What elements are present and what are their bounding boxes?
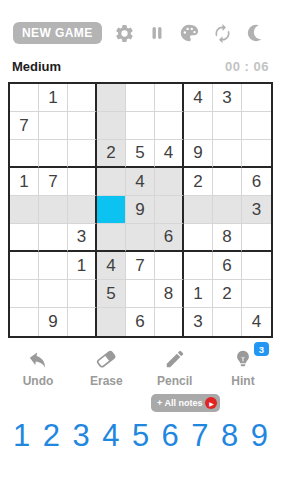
sudoku-cell-r3c1[interactable] — [10, 140, 39, 168]
pause-button[interactable] — [148, 23, 166, 43]
sudoku-cell-r7c2[interactable] — [39, 252, 68, 280]
sudoku-cell-r1c8[interactable]: 3 — [213, 84, 242, 112]
sudoku-cell-r5c4[interactable] — [97, 196, 126, 224]
hint-label: Hint — [231, 374, 254, 388]
pencil-button[interactable]: Pencil — [153, 348, 197, 388]
sudoku-cell-r5c3[interactable] — [68, 196, 97, 224]
pencil-icon — [163, 348, 187, 373]
sudoku-cell-r8c9[interactable] — [242, 280, 271, 308]
sudoku-cell-r7c3[interactable]: 1 — [68, 252, 97, 280]
sudoku-cell-r1c5[interactable] — [126, 84, 155, 112]
sudoku-cell-r1c4[interactable] — [97, 84, 126, 112]
top-bar: NEW GAME — [0, 20, 281, 46]
sudoku-cell-r6c3[interactable]: 3 — [68, 224, 97, 252]
sudoku-cell-r7c1[interactable] — [10, 252, 39, 280]
sudoku-cell-r3c9[interactable] — [242, 140, 271, 168]
restart-button[interactable] — [212, 23, 233, 44]
sudoku-cell-r9c6[interactable] — [155, 308, 184, 336]
sudoku-cell-r6c2[interactable] — [39, 224, 68, 252]
all-notes-button[interactable]: + All notes ▶ — [151, 394, 220, 412]
numpad-digit-7[interactable]: 7 — [191, 417, 208, 454]
toolbar: Undo Erase Pencil 3 — [0, 348, 281, 386]
numpad-digit-3[interactable]: 3 — [72, 417, 89, 454]
sudoku-cell-r2c7[interactable] — [184, 112, 213, 140]
sudoku-cell-r1c2[interactable]: 1 — [39, 84, 68, 112]
sudoku-cell-r6c7[interactable] — [184, 224, 213, 252]
sudoku-cell-r3c7[interactable]: 9 — [184, 140, 213, 168]
sudoku-cell-r9c5[interactable]: 6 — [126, 308, 155, 336]
sudoku-cell-r8c1[interactable] — [10, 280, 39, 308]
timer: 00 : 06 — [225, 59, 269, 74]
sudoku-cell-r3c3[interactable] — [68, 140, 97, 168]
sudoku-cell-r4c7[interactable]: 2 — [184, 168, 213, 196]
status-row: Medium 00 : 06 — [0, 59, 281, 75]
sudoku-cell-r2c2[interactable] — [39, 112, 68, 140]
sudoku-cell-r4c6[interactable] — [155, 168, 184, 196]
sudoku-cell-r1c9[interactable] — [242, 84, 271, 112]
sudoku-cell-r7c5[interactable]: 7 — [126, 252, 155, 280]
sudoku-cell-r3c2[interactable] — [39, 140, 68, 168]
sudoku-cell-r5c5[interactable]: 9 — [126, 196, 155, 224]
sudoku-cell-r5c6[interactable] — [155, 196, 184, 224]
eraser-icon — [93, 348, 119, 373]
sudoku-cell-r1c1[interactable] — [10, 84, 39, 112]
sudoku-board: 143725491742693368147658129634 — [8, 82, 273, 338]
sudoku-cell-r2c8[interactable] — [213, 112, 242, 140]
hint-count-badge: 3 — [254, 342, 269, 356]
pause-icon — [148, 23, 166, 43]
sudoku-cell-r5c2[interactable] — [39, 196, 68, 224]
erase-button[interactable]: Erase — [84, 348, 128, 388]
sudoku-cell-r9c2[interactable]: 9 — [39, 308, 68, 336]
numpad-digit-8[interactable]: 8 — [221, 417, 238, 454]
undo-button[interactable]: Undo — [16, 348, 60, 388]
sudoku-cell-r4c2[interactable]: 7 — [39, 168, 68, 196]
numpad-digit-6[interactable]: 6 — [162, 417, 179, 454]
sudoku-cell-r4c3[interactable] — [68, 168, 97, 196]
play-icon: ▶ — [205, 397, 217, 409]
sudoku-cell-r1c3[interactable] — [68, 84, 97, 112]
sudoku-cell-r6c6[interactable]: 6 — [155, 224, 184, 252]
undo-label: Undo — [23, 374, 54, 388]
sudoku-cell-r3c4[interactable]: 2 — [97, 140, 126, 168]
sudoku-cell-r4c9[interactable]: 6 — [242, 168, 271, 196]
sudoku-cell-r3c8[interactable] — [213, 140, 242, 168]
sudoku-cell-r4c5[interactable]: 4 — [126, 168, 155, 196]
numpad-digit-4[interactable]: 4 — [102, 417, 119, 454]
numpad-digit-5[interactable]: 5 — [132, 417, 149, 454]
sudoku-cell-r6c5[interactable] — [126, 224, 155, 252]
sudoku-cell-r7c7[interactable] — [184, 252, 213, 280]
sudoku-cell-r7c9[interactable] — [242, 252, 271, 280]
numpad-digit-1[interactable]: 1 — [13, 417, 30, 454]
numpad-digit-9[interactable]: 9 — [251, 417, 268, 454]
pencil-label: Pencil — [157, 374, 192, 388]
sudoku-cell-r9c8[interactable] — [213, 308, 242, 336]
sudoku-cell-r9c4[interactable] — [97, 308, 126, 336]
sudoku-cell-r5c7[interactable] — [184, 196, 213, 224]
all-notes-label: + All notes — [157, 398, 202, 408]
sudoku-cell-r2c9[interactable] — [242, 112, 271, 140]
settings-button[interactable] — [114, 23, 135, 44]
sudoku-cell-r8c6[interactable]: 8 — [155, 280, 184, 308]
sudoku-cell-r1c6[interactable] — [155, 84, 184, 112]
number-pad: 123456789 — [0, 417, 281, 454]
sudoku-cell-r9c3[interactable] — [68, 308, 97, 336]
difficulty-label: Medium — [12, 59, 61, 74]
sudoku-cell-r5c1[interactable] — [10, 196, 39, 224]
sudoku-cell-r2c4[interactable] — [97, 112, 126, 140]
sudoku-cell-r2c1[interactable]: 7 — [10, 112, 39, 140]
sudoku-cell-r8c2[interactable] — [39, 280, 68, 308]
notes-row: + All notes ▶ — [0, 394, 281, 412]
sudoku-cell-r2c3[interactable] — [68, 112, 97, 140]
sudoku-cell-r4c1[interactable]: 1 — [10, 168, 39, 196]
sudoku-cell-r8c3[interactable] — [68, 280, 97, 308]
sudoku-cell-r6c1[interactable] — [10, 224, 39, 252]
sudoku-cell-r6c8[interactable]: 8 — [213, 224, 242, 252]
sudoku-cell-r7c6[interactable] — [155, 252, 184, 280]
sudoku-cell-r8c7[interactable]: 1 — [184, 280, 213, 308]
sudoku-cell-r5c9[interactable]: 3 — [242, 196, 271, 224]
hint-button[interactable]: 3 Hint — [221, 348, 265, 388]
sudoku-cell-r9c9[interactable]: 4 — [242, 308, 271, 336]
sudoku-cell-r6c9[interactable] — [242, 224, 271, 252]
sudoku-cell-r7c8[interactable]: 6 — [213, 252, 242, 280]
bulb-icon — [233, 348, 253, 373]
moon-icon — [246, 22, 268, 44]
numpad-digit-2[interactable]: 2 — [43, 417, 60, 454]
sudoku-cell-r8c4[interactable]: 5 — [97, 280, 126, 308]
sudoku-cell-r2c6[interactable] — [155, 112, 184, 140]
theme-button[interactable] — [178, 22, 200, 44]
sudoku-cell-r1c7[interactable]: 4 — [184, 84, 213, 112]
gear-icon — [114, 23, 135, 44]
erase-label: Erase — [90, 374, 123, 388]
night-mode-button[interactable] — [246, 22, 268, 44]
sudoku-cell-r9c1[interactable] — [10, 308, 39, 336]
refresh-icon — [212, 23, 233, 44]
sudoku-cell-r3c5[interactable]: 5 — [126, 140, 155, 168]
sudoku-cell-r4c4[interactable] — [97, 168, 126, 196]
sudoku-cell-r6c4[interactable] — [97, 224, 126, 252]
sudoku-cell-r7c4[interactable]: 4 — [97, 252, 126, 280]
new-game-button[interactable]: NEW GAME — [13, 22, 102, 44]
sudoku-cell-r8c5[interactable] — [126, 280, 155, 308]
undo-icon — [25, 348, 51, 373]
palette-icon — [178, 22, 200, 44]
sudoku-cell-r9c7[interactable]: 3 — [184, 308, 213, 336]
sudoku-cell-r3c6[interactable]: 4 — [155, 140, 184, 168]
sudoku-cell-r5c8[interactable] — [213, 196, 242, 224]
sudoku-cell-r4c8[interactable] — [213, 168, 242, 196]
sudoku-cell-r2c5[interactable] — [126, 112, 155, 140]
sudoku-cell-r8c8[interactable]: 2 — [213, 280, 242, 308]
